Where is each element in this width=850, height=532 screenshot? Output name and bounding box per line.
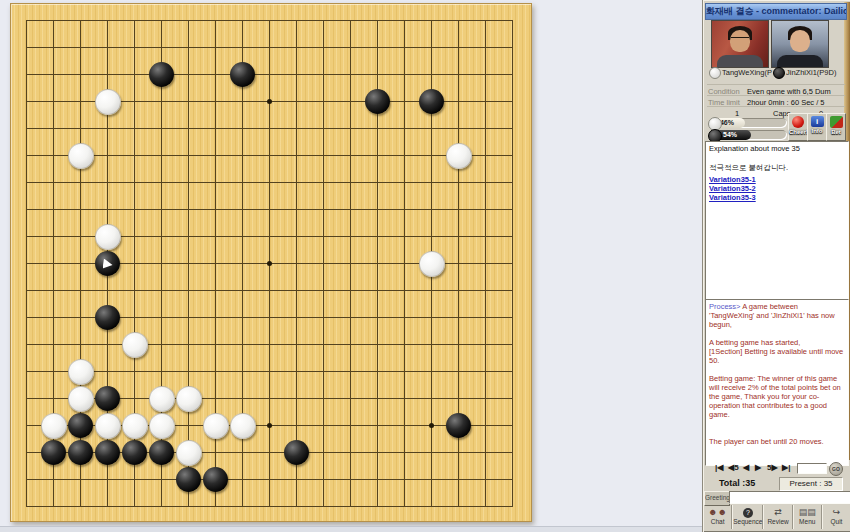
black-stone[interactable]	[95, 305, 120, 330]
white-stone[interactable]	[68, 143, 94, 169]
black-stone[interactable]	[68, 413, 93, 438]
variation-link-1[interactable]: Variation35-1	[709, 175, 845, 184]
greeting-button[interactable]: Greeting	[704, 491, 730, 506]
review-icon: ⇄	[764, 506, 791, 518]
game-message-box[interactable]: Process> A game between 'TangWeXing' and…	[705, 299, 849, 466]
go-board[interactable]	[10, 3, 532, 522]
grid-line-vertical	[350, 20, 351, 507]
white-vote-bar[interactable]: 46%	[709, 118, 787, 128]
quit-button[interactable]: ↪ Quit	[822, 505, 850, 529]
black-stone[interactable]	[419, 89, 444, 114]
explanation-comment: 적극적으로 붙혀갑니다.	[709, 163, 845, 173]
cheer-button[interactable]: Cheer!	[788, 113, 808, 141]
grid-line-vertical	[323, 20, 324, 507]
white-player-name: TangWeXing(P9D)	[722, 68, 772, 77]
process-prefix: Process>	[709, 302, 740, 311]
chat-icon: ☻☻	[704, 506, 731, 518]
sequence-label: Sequence	[733, 518, 762, 525]
white-stone[interactable]	[68, 359, 94, 385]
bet-dice-icon	[830, 116, 843, 128]
panel-title: 화재배 결승 - commentator: Dailion	[705, 3, 847, 20]
review-button[interactable]: ⇄ Review	[763, 505, 792, 529]
chat-message-input[interactable]	[729, 491, 850, 504]
grid-line-vertical	[404, 20, 405, 507]
white-stone[interactable]	[230, 413, 256, 439]
bet-button-label: Bet	[827, 129, 845, 135]
horizontal-scrollbar[interactable]	[0, 526, 702, 532]
variation-link-2[interactable]: Variation35-2	[709, 184, 845, 193]
total-label: Total :	[719, 478, 745, 488]
nav-forward-1-button[interactable]: ▶	[755, 463, 761, 472]
chat-paragraph: The player can bet until 20 moves.	[709, 437, 845, 446]
black-stone[interactable]	[203, 467, 228, 492]
photo-face	[790, 30, 810, 52]
white-stone-icon	[709, 67, 721, 79]
white-stone[interactable]	[149, 413, 175, 439]
nav-back-5-button[interactable]: ◀5	[728, 463, 739, 472]
black-stone[interactable]	[446, 413, 471, 438]
black-vote-bar[interactable]: 54%	[709, 130, 787, 140]
chat-paragraph: Betting game: The winner of this game wi…	[709, 374, 845, 419]
white-stone[interactable]	[176, 440, 202, 466]
menu-button[interactable]: ▤▤ Menu	[793, 505, 822, 529]
black-stone[interactable]	[68, 440, 93, 465]
sequence-icon: ?	[733, 506, 762, 518]
move-count-row: Total :35 Present : 35	[703, 477, 850, 490]
white-stone[interactable]	[149, 386, 175, 412]
white-stone[interactable]	[122, 413, 148, 439]
info-icon: i	[811, 116, 824, 127]
white-stone[interactable]	[95, 413, 121, 439]
info-button-label: Info	[808, 128, 826, 134]
nav-forward-5-button[interactable]: 5▶	[767, 463, 778, 472]
black-stone[interactable]	[230, 62, 255, 87]
nav-last-move-button[interactable]: ▶|	[782, 463, 790, 472]
bet-button[interactable]: Bet	[826, 113, 846, 141]
star-point	[267, 99, 272, 104]
chat-paragraph: Process> A game between 'TangWeXing' and…	[709, 302, 845, 329]
grid-line-horizontal	[26, 344, 513, 345]
white-stone[interactable]	[95, 89, 121, 115]
explanation-header: Explanation about move 35	[709, 144, 845, 153]
info-button[interactable]: i Info	[807, 113, 827, 141]
greeting-row: Greeting	[704, 491, 850, 505]
white-stone[interactable]	[68, 386, 94, 412]
player-photo-white	[711, 20, 769, 68]
chat-paragraph: [1Section] Betting is available until mo…	[709, 347, 845, 365]
black-stone[interactable]	[149, 440, 174, 465]
black-stone[interactable]	[41, 440, 66, 465]
star-point	[429, 423, 434, 428]
white-captures-count: 1	[735, 109, 739, 118]
star-point	[267, 261, 272, 266]
app-window: 화재배 결승 - commentator: Dailion TangWeXing…	[0, 0, 850, 532]
grid-line-horizontal	[26, 506, 513, 507]
star-point	[267, 423, 272, 428]
total-moves: Total :35	[719, 478, 755, 488]
game-info-panel: 화재배 결승 - commentator: Dailion TangWeXing…	[702, 0, 850, 532]
white-stone[interactable]	[446, 143, 472, 169]
total-value: 35	[745, 478, 755, 488]
chat-tab-button[interactable]: ☻☻ Chat	[704, 505, 732, 529]
white-stone[interactable]	[419, 251, 445, 277]
nav-back-1-button[interactable]: ◀	[743, 463, 749, 472]
sequence-button[interactable]: ? Sequence	[732, 505, 763, 529]
white-stone[interactable]	[176, 386, 202, 412]
grid-line-horizontal	[26, 290, 513, 291]
grid-line-vertical	[512, 20, 513, 507]
grid-line-vertical	[296, 20, 297, 507]
black-player-row: JinZhiXi1(P9D)	[773, 67, 849, 80]
nav-first-move-button[interactable]: |◀	[715, 463, 723, 472]
move-explanation-box[interactable]: Explanation about move 35 적극적으로 붙혀갑니다. V…	[705, 141, 849, 301]
black-stone[interactable]	[95, 251, 120, 276]
black-stone[interactable]	[149, 62, 174, 87]
last-move-marker	[103, 259, 113, 269]
grid-line-horizontal	[26, 371, 513, 372]
cheer-button-label: Cheer!	[789, 129, 807, 135]
black-stone[interactable]	[284, 440, 309, 465]
chat-paragraph: A betting game has started,	[709, 338, 845, 347]
black-stone[interactable]	[95, 440, 120, 465]
player-photo-black	[771, 20, 829, 68]
menu-icon: ▤▤	[794, 506, 821, 518]
photo-glasses	[731, 37, 749, 42]
quit-label: Quit	[823, 518, 850, 525]
move-navigation: |◀ ◀5 ◀ ▶ 5▶ ▶| GO	[711, 463, 849, 476]
black-stone[interactable]	[176, 467, 201, 492]
cheer-ball-icon	[792, 116, 804, 128]
black-stone[interactable]	[365, 89, 390, 114]
white-stone[interactable]	[95, 224, 121, 250]
menu-label: Menu	[794, 518, 821, 525]
black-player-name: JinZhiXi1(P9D)	[786, 68, 836, 77]
white-stone[interactable]	[203, 413, 229, 439]
white-stone[interactable]	[122, 332, 148, 358]
variation-link-3[interactable]: Variation35-3	[709, 193, 845, 202]
grid-line-horizontal	[26, 479, 513, 480]
white-stone[interactable]	[41, 413, 67, 439]
bottom-toolbar: ☻☻ Chat ? Sequence ⇄ Review ▤▤ Menu ↪ Qu…	[704, 505, 850, 529]
move-number-input[interactable]	[797, 463, 827, 474]
black-stone[interactable]	[122, 440, 147, 465]
black-stone-icon	[773, 67, 785, 79]
chat-tab-label: Chat	[704, 518, 731, 525]
grid-line-vertical	[485, 20, 486, 507]
present-move-box: Present : 35	[779, 477, 843, 491]
black-stone[interactable]	[95, 386, 120, 411]
review-label: Review	[764, 518, 791, 525]
go-button[interactable]: GO	[829, 462, 843, 476]
white-player-row: TangWeXing(P9D)	[709, 67, 771, 80]
quit-icon: ↪	[823, 506, 850, 518]
